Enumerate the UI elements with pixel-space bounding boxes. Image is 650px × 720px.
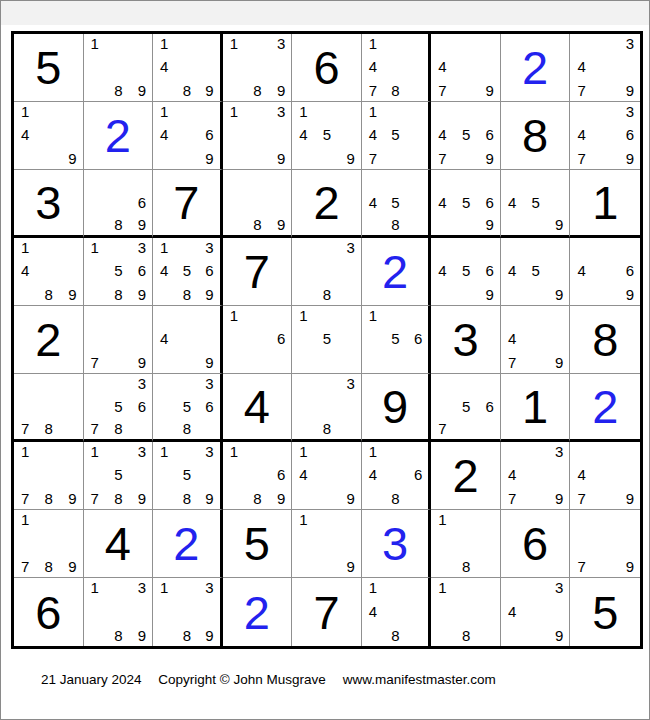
pencil-marks: 1389 xyxy=(223,34,292,101)
candidate-4: 4 xyxy=(160,59,168,74)
candidate-1: 1 xyxy=(160,580,168,595)
solved-digit: 2 xyxy=(501,34,570,101)
candidate-5: 5 xyxy=(183,263,191,278)
pencil-marks: 3479 xyxy=(570,34,640,101)
candidate-4: 4 xyxy=(577,127,585,142)
solved-digit: 3 xyxy=(362,510,429,577)
candidate-9: 9 xyxy=(555,491,563,506)
candidate-8: 8 xyxy=(45,287,53,302)
candidate-8: 8 xyxy=(114,287,122,302)
candidate-1: 1 xyxy=(230,36,238,51)
candidate-3: 3 xyxy=(138,240,146,255)
cell-r8c4[interactable]: 5 xyxy=(223,510,293,578)
candidate-4: 4 xyxy=(438,59,446,74)
cell-r9c9[interactable]: 5 xyxy=(570,578,640,646)
candidate-9: 9 xyxy=(205,83,213,98)
candidate-4: 4 xyxy=(438,195,446,210)
candidate-5: 5 xyxy=(391,331,399,346)
candidate-1: 1 xyxy=(230,104,238,119)
candidate-4: 4 xyxy=(369,195,377,210)
candidate-5: 5 xyxy=(391,195,399,210)
pencil-marks: 15 xyxy=(292,306,361,373)
cell-r8c5[interactable]: 19 xyxy=(292,510,362,578)
cell-r4c1[interactable]: 1489 xyxy=(14,238,84,306)
pencil-marks: 1478 xyxy=(362,34,429,101)
candidate-1: 1 xyxy=(438,512,446,527)
cell-r7c5[interactable]: 149 xyxy=(292,442,362,510)
candidate-4: 4 xyxy=(369,467,377,482)
cell-r9c3[interactable]: 1389 xyxy=(153,578,223,646)
candidate-7: 7 xyxy=(577,83,585,98)
candidate-7: 7 xyxy=(21,421,29,436)
candidate-6: 6 xyxy=(486,263,494,278)
candidate-9: 9 xyxy=(277,217,285,232)
candidate-3: 3 xyxy=(205,444,213,459)
candidate-6: 6 xyxy=(138,399,146,414)
cell-r5c5[interactable]: 15 xyxy=(292,306,362,374)
candidate-4: 4 xyxy=(508,195,516,210)
candidate-7: 7 xyxy=(91,491,99,506)
cell-r8c3[interactable]: 2 xyxy=(153,510,223,578)
cell-r1c3[interactable]: 1489 xyxy=(153,34,223,102)
pencil-marks: 16 xyxy=(223,306,292,373)
candidate-5: 5 xyxy=(391,127,399,142)
candidate-1: 1 xyxy=(230,308,238,323)
given-digit: 5 xyxy=(223,510,292,577)
candidate-3: 3 xyxy=(205,240,213,255)
cell-r7c9[interactable]: 479 xyxy=(570,442,640,510)
cell-r4c4[interactable]: 7 xyxy=(223,238,293,306)
candidate-8: 8 xyxy=(391,83,399,98)
candidate-8: 8 xyxy=(183,628,191,643)
cell-r1c5[interactable]: 6 xyxy=(292,34,362,102)
candidate-3: 3 xyxy=(205,580,213,595)
pencil-marks: 1389 xyxy=(84,578,153,646)
cell-r9c4[interactable]: 2 xyxy=(223,578,293,646)
given-digit: 2 xyxy=(292,170,361,235)
cell-r9c8[interactable]: 349 xyxy=(501,578,571,646)
pencil-marks: 479 xyxy=(501,306,570,373)
candidate-4: 4 xyxy=(21,263,29,278)
candidate-7: 7 xyxy=(91,421,99,436)
cell-r8c9[interactable]: 79 xyxy=(570,510,640,578)
cell-r3c5[interactable]: 2 xyxy=(292,170,362,238)
candidate-4: 4 xyxy=(508,263,516,278)
footer-copyright: Copyright © John Musgrave xyxy=(158,672,326,687)
candidate-1: 1 xyxy=(299,512,307,527)
cell-r6c8[interactable]: 1 xyxy=(501,374,571,442)
cell-r2c9[interactable]: 34679 xyxy=(570,102,640,170)
candidate-8: 8 xyxy=(183,491,191,506)
candidate-4: 4 xyxy=(160,263,168,278)
candidate-4: 4 xyxy=(508,604,516,619)
cell-r2c7[interactable]: 45679 xyxy=(431,102,501,170)
cell-r3c3[interactable]: 7 xyxy=(153,170,223,238)
candidate-4: 4 xyxy=(299,467,307,482)
cell-r6c3[interactable]: 3568 xyxy=(153,374,223,442)
candidate-9: 9 xyxy=(68,151,76,166)
candidate-7: 7 xyxy=(91,355,99,370)
candidate-6: 6 xyxy=(486,399,494,414)
pencil-marks: 89 xyxy=(223,170,292,235)
candidate-7: 7 xyxy=(21,491,29,506)
candidate-8: 8 xyxy=(253,217,261,232)
cell-r9c7[interactable]: 18 xyxy=(431,578,501,646)
candidate-9: 9 xyxy=(138,491,146,506)
candidate-6: 6 xyxy=(414,331,422,346)
cell-r9c2[interactable]: 1389 xyxy=(84,578,154,646)
cell-r8c1[interactable]: 1789 xyxy=(14,510,84,578)
pencil-marks: 1457 xyxy=(362,102,429,169)
cell-r5c9[interactable]: 8 xyxy=(570,306,640,374)
candidate-6: 6 xyxy=(205,263,213,278)
pencil-marks: 18 xyxy=(431,510,500,577)
candidate-5: 5 xyxy=(183,467,191,482)
candidate-4: 4 xyxy=(369,127,377,142)
cell-r5c2[interactable]: 79 xyxy=(84,306,154,374)
candidate-8: 8 xyxy=(183,83,191,98)
pencil-marks: 149 xyxy=(292,442,361,509)
pencil-marks: 1789 xyxy=(14,510,83,577)
given-digit: 2 xyxy=(431,442,500,509)
cell-r6c9[interactable]: 2 xyxy=(570,374,640,442)
candidate-8: 8 xyxy=(183,287,191,302)
pencil-marks: 459 xyxy=(501,238,570,305)
candidate-8: 8 xyxy=(45,491,53,506)
cell-r7c8[interactable]: 3479 xyxy=(501,442,571,510)
candidate-4: 4 xyxy=(508,331,516,346)
given-digit: 3 xyxy=(431,306,500,373)
solved-digit: 2 xyxy=(362,238,429,305)
pencil-marks: 567 xyxy=(431,374,500,439)
candidate-1: 1 xyxy=(369,308,377,323)
candidate-9: 9 xyxy=(555,628,563,643)
cell-r5c1[interactable]: 2 xyxy=(14,306,84,374)
given-digit: 9 xyxy=(362,374,429,439)
cell-r4c5[interactable]: 38 xyxy=(292,238,362,306)
candidate-7: 7 xyxy=(369,83,377,98)
puzzle-page: 5189148913896147847923479149214691391459… xyxy=(0,0,650,720)
candidate-6: 6 xyxy=(277,331,285,346)
candidate-3: 3 xyxy=(626,36,634,51)
candidate-8: 8 xyxy=(253,83,261,98)
candidate-9: 9 xyxy=(205,628,213,643)
cell-r4c7[interactable]: 4569 xyxy=(431,238,501,306)
candidate-8: 8 xyxy=(114,217,122,232)
cell-r3c8[interactable]: 459 xyxy=(501,170,571,238)
given-digit: 7 xyxy=(292,578,361,646)
candidate-9: 9 xyxy=(277,151,285,166)
cell-r6c1[interactable]: 78 xyxy=(14,374,84,442)
candidate-9: 9 xyxy=(626,559,634,574)
candidate-4: 4 xyxy=(577,263,585,278)
candidate-6: 6 xyxy=(626,263,634,278)
candidate-9: 9 xyxy=(626,83,634,98)
pencil-marks: 79 xyxy=(570,510,640,577)
candidate-9: 9 xyxy=(277,83,285,98)
candidate-9: 9 xyxy=(277,491,285,506)
candidate-1: 1 xyxy=(21,104,29,119)
candidate-5: 5 xyxy=(531,195,539,210)
cell-r3c4[interactable]: 89 xyxy=(223,170,293,238)
pencil-marks: 34679 xyxy=(570,102,640,169)
cell-r4c2[interactable]: 135689 xyxy=(84,238,154,306)
given-digit: 5 xyxy=(570,578,640,646)
pencil-marks: 1689 xyxy=(223,442,292,509)
cell-r5c3[interactable]: 49 xyxy=(153,306,223,374)
cell-r4c8[interactable]: 459 xyxy=(501,238,571,306)
candidate-9: 9 xyxy=(138,83,146,98)
candidate-9: 9 xyxy=(346,151,354,166)
candidate-6: 6 xyxy=(626,127,634,142)
cell-r3c7[interactable]: 4569 xyxy=(431,170,501,238)
cell-r6c6[interactable]: 9 xyxy=(362,374,432,442)
cell-r4c9[interactable]: 469 xyxy=(570,238,640,306)
candidate-9: 9 xyxy=(486,83,494,98)
candidate-8: 8 xyxy=(323,421,331,436)
candidate-1: 1 xyxy=(91,444,99,459)
candidate-6: 6 xyxy=(486,195,494,210)
solved-digit: 2 xyxy=(223,578,292,646)
cell-r5c4[interactable]: 16 xyxy=(223,306,293,374)
candidate-7: 7 xyxy=(577,491,585,506)
pencil-marks: 38 xyxy=(292,238,361,305)
candidate-5: 5 xyxy=(462,263,470,278)
candidate-4: 4 xyxy=(438,263,446,278)
given-digit: 3 xyxy=(14,170,83,235)
cell-r2c5[interactable]: 1459 xyxy=(292,102,362,170)
candidate-9: 9 xyxy=(205,491,213,506)
cell-r8c7[interactable]: 18 xyxy=(431,510,501,578)
candidate-3: 3 xyxy=(626,104,634,119)
candidate-9: 9 xyxy=(138,287,146,302)
given-digit: 1 xyxy=(570,170,640,235)
candidate-1: 1 xyxy=(21,240,29,255)
pencil-marks: 135789 xyxy=(84,442,153,509)
candidate-3: 3 xyxy=(138,580,146,595)
cell-r2c8[interactable]: 8 xyxy=(501,102,571,170)
given-digit: 5 xyxy=(14,34,83,101)
cell-r1c7[interactable]: 479 xyxy=(431,34,501,102)
pencil-marks: 139 xyxy=(223,102,292,169)
candidate-1: 1 xyxy=(369,444,377,459)
cell-r9c6[interactable]: 148 xyxy=(362,578,432,646)
pencil-marks: 479 xyxy=(570,442,640,509)
cell-r7c7[interactable]: 2 xyxy=(431,442,501,510)
candidate-5: 5 xyxy=(462,127,470,142)
cell-r2c3[interactable]: 1469 xyxy=(153,102,223,170)
cell-r7c3[interactable]: 13589 xyxy=(153,442,223,510)
candidate-6: 6 xyxy=(414,467,422,482)
candidate-7: 7 xyxy=(577,559,585,574)
candidate-9: 9 xyxy=(555,355,563,370)
given-digit: 2 xyxy=(14,306,83,373)
candidate-9: 9 xyxy=(138,217,146,232)
cell-r5c7[interactable]: 3 xyxy=(431,306,501,374)
candidate-6: 6 xyxy=(138,263,146,278)
pencil-marks: 479 xyxy=(431,34,500,101)
candidate-9: 9 xyxy=(626,491,634,506)
candidate-8: 8 xyxy=(391,217,399,232)
cell-r9c1[interactable]: 6 xyxy=(14,578,84,646)
candidate-8: 8 xyxy=(45,421,53,436)
cell-r8c2[interactable]: 4 xyxy=(84,510,154,578)
pencil-marks: 35678 xyxy=(84,374,153,439)
candidate-4: 4 xyxy=(160,331,168,346)
candidate-8: 8 xyxy=(462,559,470,574)
pencil-marks: 469 xyxy=(570,238,640,305)
cell-r7c6[interactable]: 1468 xyxy=(362,442,432,510)
cell-r5c6[interactable]: 156 xyxy=(362,306,432,374)
cell-r4c6[interactable]: 2 xyxy=(362,238,432,306)
cell-r6c5[interactable]: 38 xyxy=(292,374,362,442)
candidate-5: 5 xyxy=(323,331,331,346)
candidate-7: 7 xyxy=(21,559,29,574)
candidate-8: 8 xyxy=(462,628,470,643)
cell-r6c2[interactable]: 35678 xyxy=(84,374,154,442)
candidate-1: 1 xyxy=(299,308,307,323)
pencil-marks: 38 xyxy=(292,374,361,439)
top-band xyxy=(1,1,649,25)
pencil-marks: 349 xyxy=(501,578,570,646)
candidate-9: 9 xyxy=(138,628,146,643)
candidate-9: 9 xyxy=(68,491,76,506)
cell-r6c7[interactable]: 567 xyxy=(431,374,501,442)
candidate-3: 3 xyxy=(555,444,563,459)
given-digit: 4 xyxy=(223,374,292,439)
cell-r1c2[interactable]: 189 xyxy=(84,34,154,102)
cell-r3c6[interactable]: 458 xyxy=(362,170,432,238)
cell-r3c1[interactable]: 3 xyxy=(14,170,84,238)
cell-r5c8[interactable]: 479 xyxy=(501,306,571,374)
candidate-9: 9 xyxy=(205,355,213,370)
cell-r8c8[interactable]: 6 xyxy=(501,510,571,578)
pencil-marks: 4569 xyxy=(431,238,500,305)
candidate-3: 3 xyxy=(555,580,563,595)
pencil-marks: 3568 xyxy=(153,374,220,439)
candidate-4: 4 xyxy=(577,59,585,74)
candidate-4: 4 xyxy=(299,127,307,142)
cell-r3c2[interactable]: 689 xyxy=(84,170,154,238)
candidate-1: 1 xyxy=(160,36,168,51)
cell-r7c4[interactable]: 1689 xyxy=(223,442,293,510)
pencil-marks: 1789 xyxy=(14,442,83,509)
cell-r9c5[interactable]: 7 xyxy=(292,578,362,646)
candidate-1: 1 xyxy=(230,444,238,459)
cell-r1c8[interactable]: 2 xyxy=(501,34,571,102)
candidate-1: 1 xyxy=(369,580,377,595)
candidate-8: 8 xyxy=(323,287,331,302)
candidate-5: 5 xyxy=(114,263,122,278)
candidate-7: 7 xyxy=(438,83,446,98)
footer: 21 January 2024 Copyright © John Musgrav… xyxy=(41,672,496,687)
pencil-marks: 1469 xyxy=(153,102,220,169)
candidate-4: 4 xyxy=(21,127,29,142)
cell-r8c6[interactable]: 3 xyxy=(362,510,432,578)
candidate-4: 4 xyxy=(577,467,585,482)
candidate-9: 9 xyxy=(138,355,146,370)
pencil-marks: 1489 xyxy=(14,238,83,305)
candidate-9: 9 xyxy=(486,217,494,232)
cell-r7c2[interactable]: 135789 xyxy=(84,442,154,510)
candidate-9: 9 xyxy=(205,151,213,166)
candidate-4: 4 xyxy=(438,127,446,142)
solved-digit: 2 xyxy=(153,510,220,577)
candidate-7: 7 xyxy=(508,491,516,506)
candidate-1: 1 xyxy=(21,444,29,459)
candidate-6: 6 xyxy=(138,195,146,210)
given-digit: 1 xyxy=(501,374,570,439)
sudoku-board: 5189148913896147847923479149214691391459… xyxy=(11,31,643,649)
cell-r4c3[interactable]: 1345689 xyxy=(153,238,223,306)
candidate-9: 9 xyxy=(555,287,563,302)
candidate-8: 8 xyxy=(391,491,399,506)
pencil-marks: 4569 xyxy=(431,170,500,235)
pencil-marks: 148 xyxy=(362,578,429,646)
cell-r1c6[interactable]: 1478 xyxy=(362,34,432,102)
solved-digit: 2 xyxy=(84,102,153,169)
candidate-1: 1 xyxy=(21,512,29,527)
cell-r1c1[interactable]: 5 xyxy=(14,34,84,102)
candidate-1: 1 xyxy=(160,444,168,459)
candidate-8: 8 xyxy=(114,491,122,506)
pencil-marks: 458 xyxy=(362,170,429,235)
candidate-5: 5 xyxy=(114,467,122,482)
candidate-1: 1 xyxy=(91,580,99,595)
candidate-4: 4 xyxy=(369,59,377,74)
candidate-9: 9 xyxy=(346,559,354,574)
pencil-marks: 79 xyxy=(84,306,153,373)
candidate-3: 3 xyxy=(138,444,146,459)
candidate-9: 9 xyxy=(555,217,563,232)
candidate-8: 8 xyxy=(253,491,261,506)
candidate-1: 1 xyxy=(369,36,377,51)
candidate-5: 5 xyxy=(323,127,331,142)
candidate-1: 1 xyxy=(160,240,168,255)
given-digit: 4 xyxy=(84,510,153,577)
candidate-7: 7 xyxy=(438,421,446,436)
cell-r2c1[interactable]: 149 xyxy=(14,102,84,170)
candidate-7: 7 xyxy=(577,151,585,166)
candidate-5: 5 xyxy=(531,263,539,278)
candidate-8: 8 xyxy=(183,421,191,436)
cell-r2c6[interactable]: 1457 xyxy=(362,102,432,170)
cell-r6c4[interactable]: 4 xyxy=(223,374,293,442)
pencil-marks: 1345689 xyxy=(153,238,220,305)
cell-r1c9[interactable]: 3479 xyxy=(570,34,640,102)
given-digit: 7 xyxy=(153,170,220,235)
cell-r7c1[interactable]: 1789 xyxy=(14,442,84,510)
candidate-1: 1 xyxy=(438,580,446,595)
pencil-marks: 18 xyxy=(431,578,500,646)
pencil-marks: 13589 xyxy=(153,442,220,509)
pencil-marks: 49 xyxy=(153,306,220,373)
pencil-marks: 156 xyxy=(362,306,429,373)
solved-digit: 2 xyxy=(570,374,640,439)
cell-r2c4[interactable]: 139 xyxy=(223,102,293,170)
candidate-3: 3 xyxy=(277,36,285,51)
candidate-9: 9 xyxy=(205,287,213,302)
candidate-9: 9 xyxy=(68,559,76,574)
pencil-marks: 3479 xyxy=(501,442,570,509)
cell-r3c9[interactable]: 1 xyxy=(570,170,640,238)
pencil-marks: 19 xyxy=(292,510,361,577)
pencil-marks: 45679 xyxy=(431,102,500,169)
cell-r1c4[interactable]: 1389 xyxy=(223,34,293,102)
candidate-4: 4 xyxy=(369,604,377,619)
candidate-8: 8 xyxy=(114,421,122,436)
cell-r2c2[interactable]: 2 xyxy=(84,102,154,170)
